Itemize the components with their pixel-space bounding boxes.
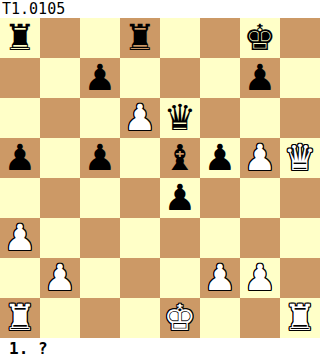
square-e6[interactable]: ♛ [160,98,200,138]
piece-white-queen: ♛ [284,138,316,178]
square-f7[interactable] [200,58,240,98]
square-e7[interactable] [160,58,200,98]
piece-white-pawn: ♟ [244,138,276,178]
square-b6[interactable] [40,98,80,138]
square-b8[interactable] [40,18,80,58]
square-a2[interactable] [0,258,40,298]
square-c2[interactable] [80,258,120,298]
square-e3[interactable] [160,218,200,258]
square-b3[interactable] [40,218,80,258]
square-b1[interactable] [40,298,80,338]
square-e4[interactable]: ♟ [160,178,200,218]
square-c3[interactable] [80,218,120,258]
square-f5[interactable]: ♟ [200,138,240,178]
square-b7[interactable] [40,58,80,98]
square-g3[interactable] [240,218,280,258]
square-a8[interactable]: ♜ [0,18,40,58]
square-h6[interactable] [280,98,320,138]
square-e1[interactable]: ♚ [160,298,200,338]
square-f2[interactable]: ♟ [200,258,240,298]
square-c4[interactable] [80,178,120,218]
square-f3[interactable] [200,218,240,258]
square-e8[interactable] [160,18,200,58]
square-c1[interactable] [80,298,120,338]
square-g6[interactable] [240,98,280,138]
piece-white-pawn: ♟ [4,218,36,258]
square-c5[interactable]: ♟ [80,138,120,178]
piece-black-pawn: ♟ [204,138,236,178]
square-e5[interactable]: ♝ [160,138,200,178]
square-g7[interactable]: ♟ [240,58,280,98]
piece-white-king: ♚ [164,298,196,338]
square-b2[interactable]: ♟ [40,258,80,298]
square-h7[interactable] [280,58,320,98]
square-g4[interactable] [240,178,280,218]
piece-white-pawn: ♟ [244,258,276,298]
piece-black-rook: ♜ [124,18,156,58]
piece-black-pawn: ♟ [164,178,196,218]
square-h3[interactable] [280,218,320,258]
square-d1[interactable] [120,298,160,338]
square-d5[interactable] [120,138,160,178]
piece-black-bishop: ♝ [164,138,196,178]
piece-white-pawn: ♟ [44,258,76,298]
square-f8[interactable] [200,18,240,58]
chess-board: ♜♜♚♟♟♟♛♟♟♝♟♟♛♟♟♟♟♟♜♚♜ [0,18,320,338]
square-d8[interactable]: ♜ [120,18,160,58]
square-d3[interactable] [120,218,160,258]
square-a3[interactable]: ♟ [0,218,40,258]
move-prompt: 1. ? [0,338,320,360]
square-d2[interactable] [120,258,160,298]
square-a5[interactable]: ♟ [0,138,40,178]
square-b4[interactable] [40,178,80,218]
piece-white-pawn: ♟ [124,98,156,138]
piece-black-king: ♚ [244,18,276,58]
square-g5[interactable]: ♟ [240,138,280,178]
square-d6[interactable]: ♟ [120,98,160,138]
square-a7[interactable] [0,58,40,98]
piece-black-pawn: ♟ [84,138,116,178]
square-f6[interactable] [200,98,240,138]
square-h2[interactable] [280,258,320,298]
square-e2[interactable] [160,258,200,298]
square-d4[interactable] [120,178,160,218]
square-a1[interactable]: ♜ [0,298,40,338]
square-h1[interactable]: ♜ [280,298,320,338]
square-g2[interactable]: ♟ [240,258,280,298]
puzzle-id: T1.0105 [0,0,320,18]
square-a4[interactable] [0,178,40,218]
square-f4[interactable] [200,178,240,218]
piece-black-pawn: ♟ [4,138,36,178]
square-g8[interactable]: ♚ [240,18,280,58]
square-c8[interactable] [80,18,120,58]
piece-black-pawn: ♟ [84,58,116,98]
square-d7[interactable] [120,58,160,98]
square-g1[interactable] [240,298,280,338]
square-h8[interactable] [280,18,320,58]
square-h5[interactable]: ♛ [280,138,320,178]
piece-white-rook: ♜ [284,298,316,338]
square-b5[interactable] [40,138,80,178]
square-f1[interactable] [200,298,240,338]
square-h4[interactable] [280,178,320,218]
piece-black-pawn: ♟ [244,58,276,98]
piece-white-rook: ♜ [4,298,36,338]
square-c7[interactable]: ♟ [80,58,120,98]
piece-white-pawn: ♟ [204,258,236,298]
piece-black-rook: ♜ [4,18,36,58]
square-a6[interactable] [0,98,40,138]
piece-black-queen: ♛ [164,98,196,138]
square-c6[interactable] [80,98,120,138]
